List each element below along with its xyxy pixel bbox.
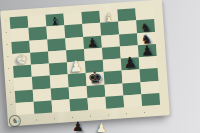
captured-black-pawn: ♟ — [72, 120, 84, 133]
board-logo: ♞ — [8, 115, 21, 128]
square-e1[interactable] — [87, 96, 106, 109]
square-c1[interactable] — [52, 99, 71, 112]
square-f1[interactable] — [105, 95, 124, 108]
square-d1[interactable] — [69, 98, 88, 111]
square-b1[interactable] — [34, 100, 53, 113]
captured-white-pawn: ♟ — [96, 122, 107, 133]
square-h1[interactable] — [141, 93, 160, 106]
chessboard: ♝♝♞♟♞♚♟♟♟♚ ♞ — [0, 0, 170, 127]
square-a1[interactable] — [16, 101, 35, 114]
square-g1[interactable] — [123, 94, 142, 107]
board-grid: ♝♝♞♟♞♚♟♟♟♚ — [10, 7, 160, 115]
photo-background: ♝♝♞♟♞♚♟♟♟♚ ♞ ♟♟ — [0, 0, 200, 133]
